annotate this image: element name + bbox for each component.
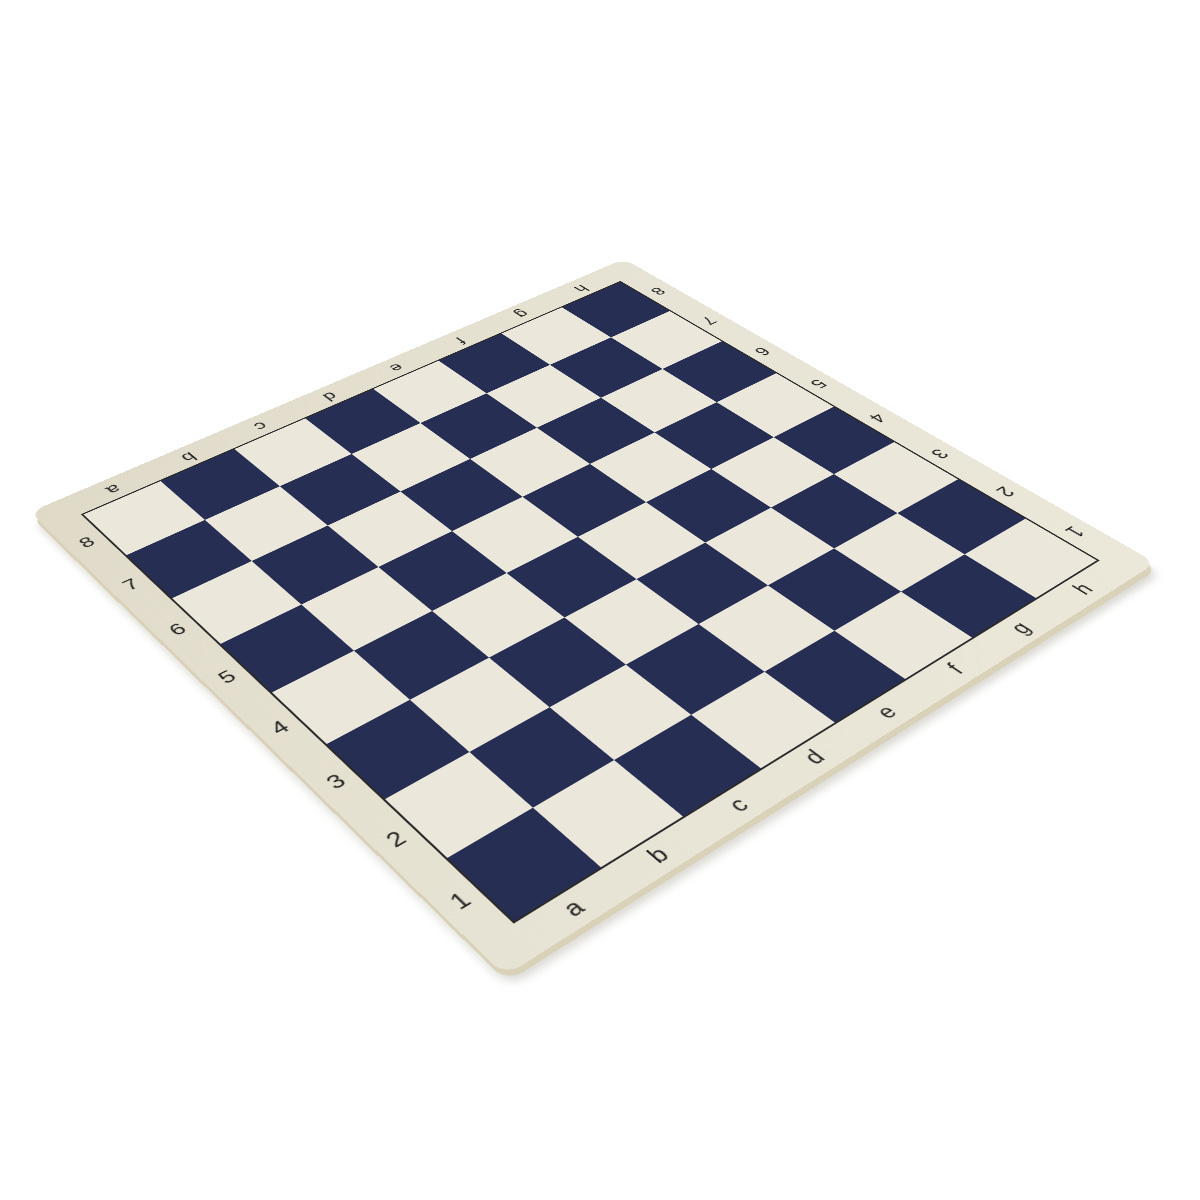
rank-label-right-5: 5 <box>805 376 830 390</box>
rank-label-right-4: 4 <box>863 410 889 425</box>
file-label-bottom-f: f <box>942 660 969 678</box>
playing-area <box>81 281 1100 924</box>
rank-label-left-8: 8 <box>75 534 99 551</box>
file-label-bottom-b: b <box>642 842 675 868</box>
rank-label-right-6: 6 <box>749 344 774 357</box>
rank-label-left-3: 3 <box>321 770 351 793</box>
file-label-top-e: e <box>385 361 408 375</box>
rank-label-right-3: 3 <box>925 446 952 462</box>
rank-label-left-4: 4 <box>266 717 294 739</box>
rank-label-right-7: 7 <box>696 314 720 327</box>
file-label-bottom-c: c <box>723 793 755 817</box>
file-label-top-g: g <box>510 307 533 320</box>
rank-label-right-1: 1 <box>1059 523 1089 540</box>
rank-label-left-6: 6 <box>165 620 191 639</box>
chess-board-mat: aa88bb77cc66dd55ee44ff33gg22hh11 <box>30 259 1156 976</box>
rank-label-right-8: 8 <box>646 285 669 297</box>
file-label-top-d: d <box>318 389 341 403</box>
file-label-top-f: f <box>451 334 469 345</box>
file-label-bottom-e: e <box>871 701 903 723</box>
rank-label-right-2: 2 <box>990 483 1019 499</box>
rank-label-left-5: 5 <box>214 667 241 688</box>
file-label-bottom-h: h <box>1068 579 1099 598</box>
file-label-top-h: h <box>569 282 592 294</box>
file-label-top-a: a <box>101 481 125 497</box>
chessboard-product-photo: aa88bb77cc66dd55ee44ff33gg22hh11 <box>0 0 1200 1200</box>
file-label-bottom-g: g <box>1005 618 1036 638</box>
rank-label-left-7: 7 <box>119 575 144 593</box>
rank-label-left-2: 2 <box>381 827 412 852</box>
file-label-top-c: c <box>249 419 271 433</box>
rank-label-left-1: 1 <box>444 887 477 914</box>
file-label-top-b: b <box>177 449 200 464</box>
board-grid <box>83 282 1096 921</box>
file-label-bottom-d: d <box>798 746 830 769</box>
file-label-bottom-a: a <box>557 894 591 921</box>
